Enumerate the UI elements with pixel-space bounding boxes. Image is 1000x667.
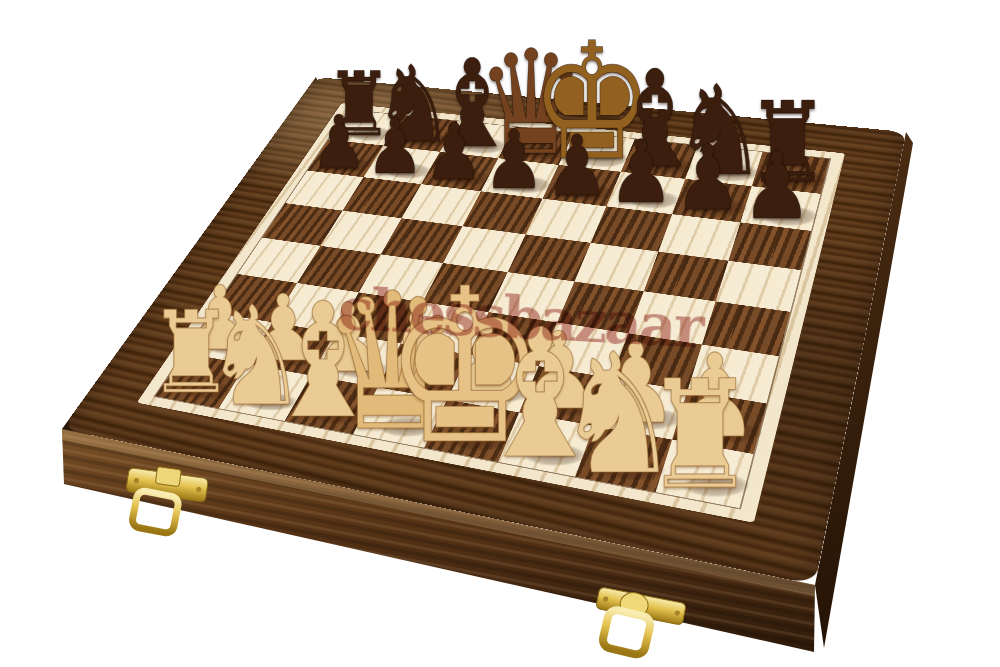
product-photo: ♜♞♝♛♚♝♞♜♟♟♟♟♟♟♟♟♟♟♟♟♟♟♟♟♜♞♝♛♚♝♞♜ chessba… <box>0 0 1000 667</box>
board-grid <box>155 110 829 508</box>
